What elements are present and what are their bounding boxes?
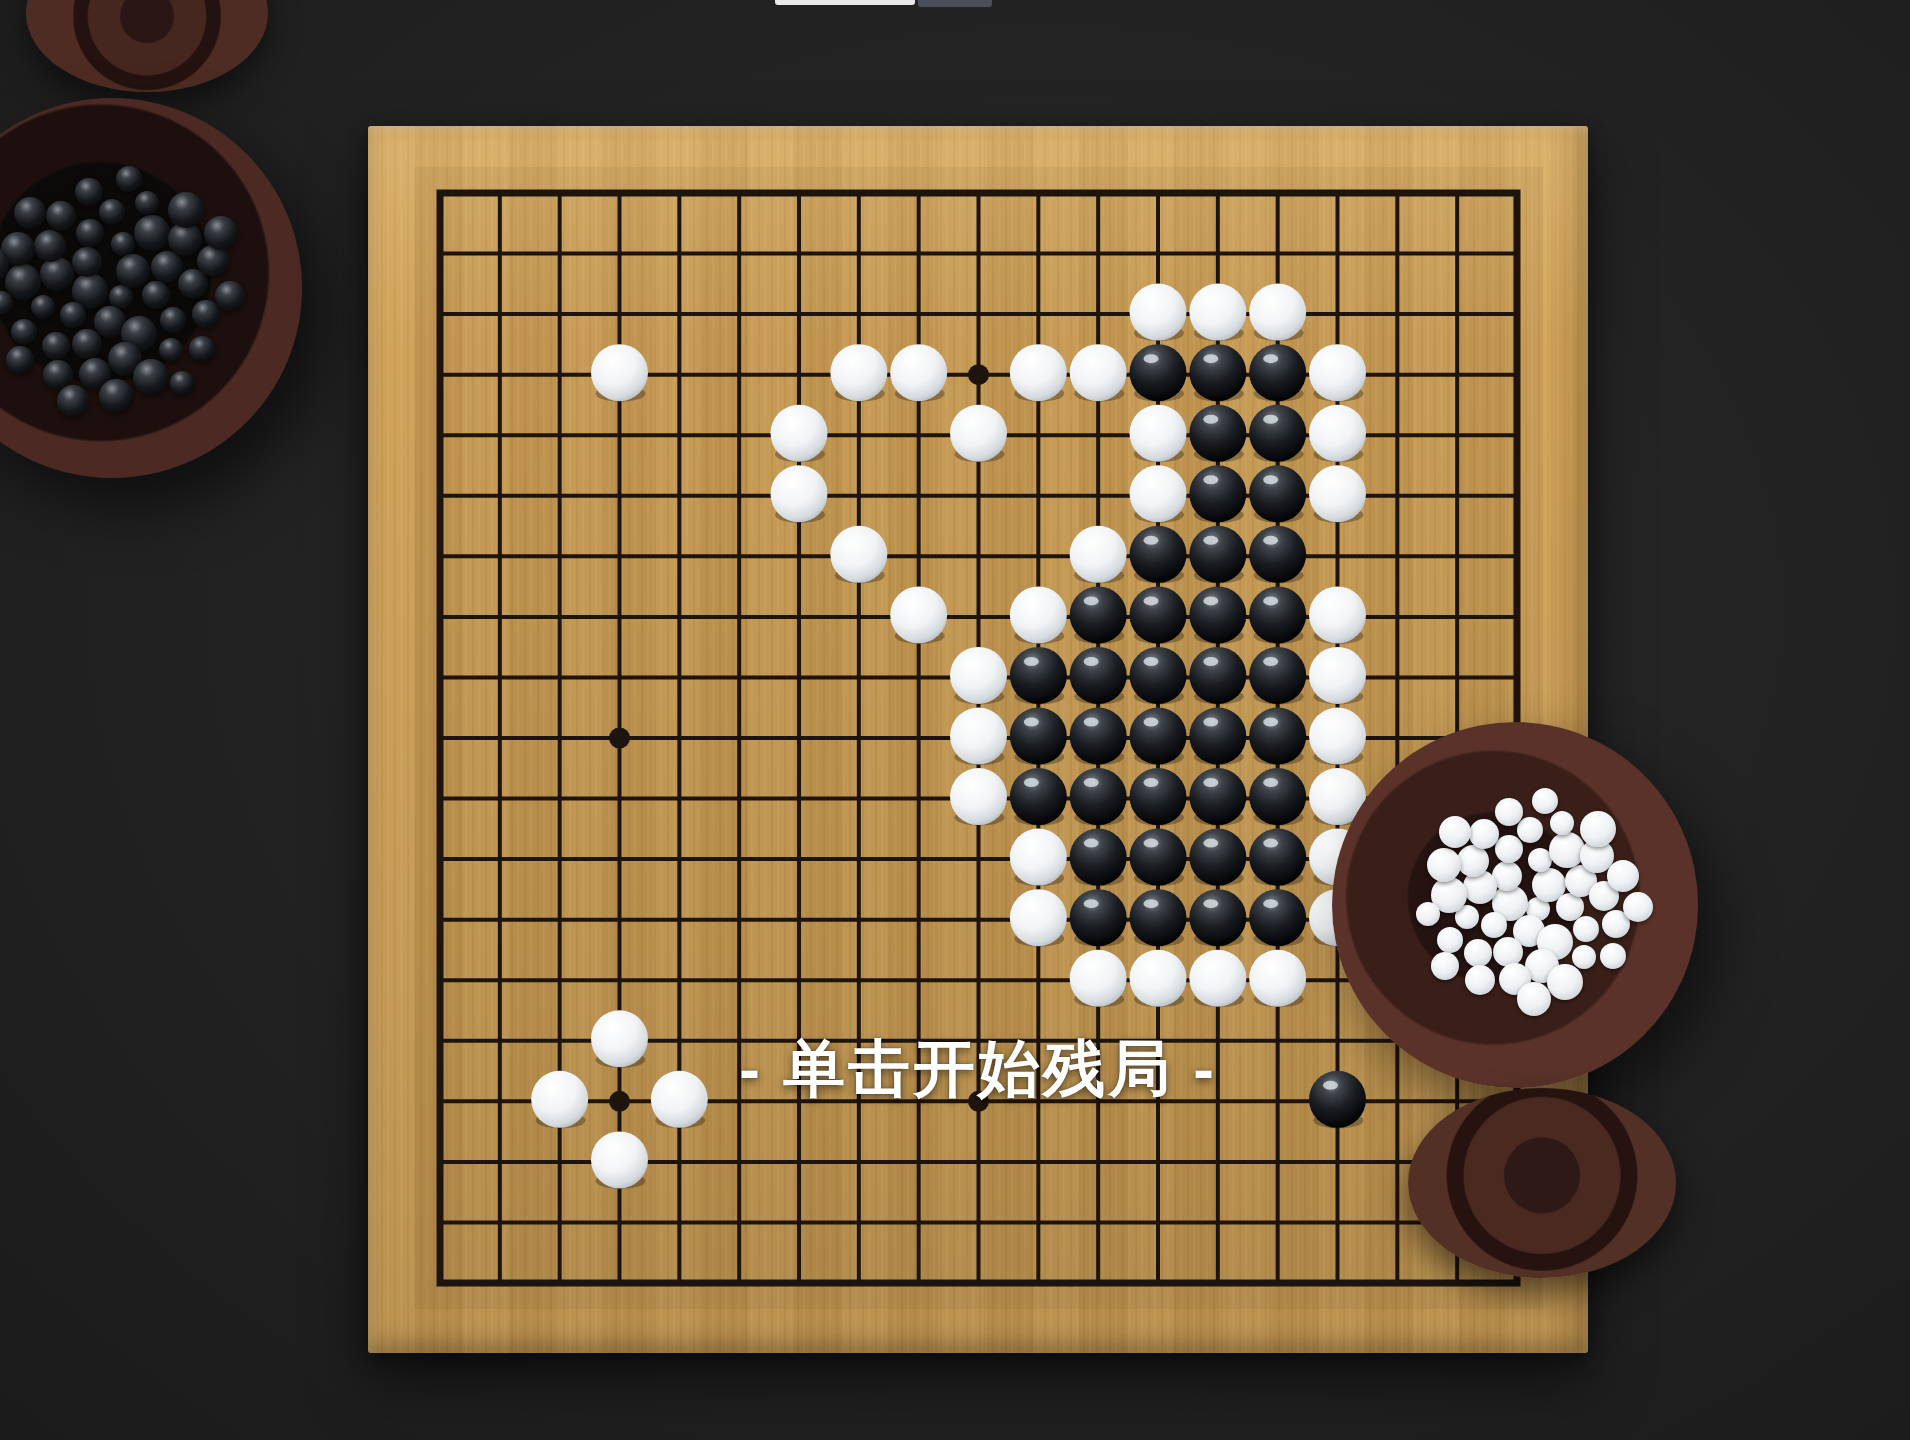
start-endgame-prompt[interactable]: - 单击开始残局 - xyxy=(368,1038,1588,1100)
stone-black xyxy=(1129,768,1186,825)
stone-black xyxy=(1249,344,1306,401)
bowl-white-stone xyxy=(1607,860,1639,892)
stone-white xyxy=(1309,465,1366,522)
bowl-black-stone xyxy=(116,254,150,288)
stone-white xyxy=(1309,708,1366,765)
bowl-white-stone xyxy=(1437,927,1463,953)
bowl-black-stone xyxy=(76,219,104,247)
bowl-black-stone xyxy=(31,295,55,319)
bowl-black-stone xyxy=(99,379,133,413)
stone-white xyxy=(950,768,1007,825)
stone-black xyxy=(1249,647,1306,704)
stone-white xyxy=(830,526,887,583)
bowl-black-stone xyxy=(75,178,103,206)
bowl-black-stone xyxy=(133,359,169,395)
stone-white xyxy=(1010,586,1067,643)
bowl-white-stone xyxy=(1549,832,1585,868)
bowl-black-stone xyxy=(159,338,183,362)
stone-white xyxy=(1189,284,1246,341)
stone-white xyxy=(950,405,1007,462)
bowl-white-stone xyxy=(1493,937,1523,967)
bowl-white-stone xyxy=(1495,798,1523,826)
bowl-white-stone xyxy=(1580,811,1616,847)
bowl-black-stone xyxy=(72,329,102,359)
bowl-black-stone xyxy=(46,201,76,231)
bowl-white-stone xyxy=(1600,943,1626,969)
bowl-white-stone xyxy=(1464,939,1492,967)
stone-black xyxy=(1129,829,1186,886)
go-table-scene: - 单击开始残局 - xyxy=(0,0,1910,1440)
stone-black xyxy=(1249,708,1306,765)
stone-white xyxy=(1010,829,1067,886)
stone-white xyxy=(1309,405,1366,462)
bowl-black-stone xyxy=(134,215,170,251)
black-bowl-lid xyxy=(26,0,268,92)
board-grid xyxy=(368,126,1588,1353)
bowl-white-stone xyxy=(1439,816,1471,848)
go-board[interactable] xyxy=(368,126,1588,1353)
stone-white xyxy=(830,344,887,401)
stone-white xyxy=(1129,284,1186,341)
stone-black xyxy=(1070,768,1127,825)
bowl-black-stone xyxy=(40,257,74,291)
stone-white xyxy=(770,465,827,522)
stone-white xyxy=(1309,344,1366,401)
stone-black xyxy=(1189,829,1246,886)
bowl-black-stone xyxy=(34,230,66,262)
stone-white xyxy=(1249,284,1306,341)
stone-white xyxy=(1249,950,1306,1007)
stone-white xyxy=(1010,889,1067,946)
bowl-black-stone xyxy=(135,191,159,215)
bowl-white-stone xyxy=(1431,952,1459,980)
stone-white xyxy=(890,586,947,643)
stone-black xyxy=(1189,465,1246,522)
stone-black xyxy=(1189,405,1246,462)
top-edge-gray-bar xyxy=(918,0,992,7)
stone-white xyxy=(1070,526,1127,583)
top-edge-white-bar xyxy=(775,0,915,5)
stone-white xyxy=(1010,344,1067,401)
bowl-white-stone xyxy=(1623,892,1653,922)
bowl-black-stone xyxy=(42,332,70,360)
stone-white xyxy=(1129,950,1186,1007)
stone-black xyxy=(1010,647,1067,704)
bowl-black-stone xyxy=(204,216,238,250)
stone-white xyxy=(890,344,947,401)
stone-white xyxy=(1129,405,1186,462)
stone-black xyxy=(1189,708,1246,765)
stone-black xyxy=(1189,889,1246,946)
bowl-black-stone xyxy=(192,300,220,328)
stone-black xyxy=(1070,889,1127,946)
stone-black xyxy=(1070,708,1127,765)
white-stones-bowl xyxy=(1332,722,1698,1088)
stone-black xyxy=(1249,465,1306,522)
bowl-black-stone xyxy=(170,371,194,395)
stone-black xyxy=(1189,586,1246,643)
bowl-white-stone xyxy=(1416,902,1440,926)
bowl-black-stone xyxy=(72,247,102,277)
stone-black xyxy=(1129,344,1186,401)
stone-white xyxy=(950,708,1007,765)
bowl-white-stone xyxy=(1572,945,1596,969)
stone-black xyxy=(1189,647,1246,704)
bowl-black-stone xyxy=(168,192,204,228)
stone-black xyxy=(1129,526,1186,583)
stone-white xyxy=(1189,950,1246,1007)
black-stones-bowl xyxy=(0,98,302,478)
bowl-black-stone xyxy=(215,281,245,311)
stone-white xyxy=(1129,465,1186,522)
bowl-white-stone xyxy=(1573,916,1599,942)
bowl-black-stone xyxy=(142,281,170,309)
stone-white xyxy=(1070,950,1127,1007)
bowl-black-stone xyxy=(11,319,37,345)
stone-black xyxy=(1249,586,1306,643)
stone-white xyxy=(1070,344,1127,401)
bowl-black-stone xyxy=(111,232,135,256)
bowl-black-stone xyxy=(99,199,125,225)
stone-black xyxy=(1189,344,1246,401)
bowl-white-stone xyxy=(1550,811,1574,835)
stone-white xyxy=(1309,647,1366,704)
stone-black xyxy=(1010,768,1067,825)
stone-black xyxy=(1249,889,1306,946)
bowl-white-stone xyxy=(1517,982,1551,1016)
stone-white xyxy=(770,405,827,462)
bowl-white-stone xyxy=(1517,817,1543,843)
stone-black xyxy=(1249,829,1306,886)
bowl-black-stone xyxy=(160,307,186,333)
bowl-white-stone xyxy=(1481,912,1507,938)
stone-black xyxy=(1010,708,1067,765)
stone-black xyxy=(1189,768,1246,825)
bowl-black-stone xyxy=(57,385,89,417)
bowl-white-stone xyxy=(1547,964,1583,1000)
bowl-white-stone xyxy=(1469,819,1499,849)
stone-white xyxy=(1309,586,1366,643)
stone-white xyxy=(950,647,1007,704)
stone-black xyxy=(1070,586,1127,643)
stone-black xyxy=(1129,647,1186,704)
stone-black xyxy=(1070,829,1127,886)
bowl-white-stone xyxy=(1495,835,1523,863)
bowl-white-stone xyxy=(1427,848,1461,882)
bowl-black-stone xyxy=(116,166,142,192)
stone-white xyxy=(591,1131,648,1188)
bowl-black-stone xyxy=(189,336,215,362)
stone-black xyxy=(1070,647,1127,704)
stone-white xyxy=(591,344,648,401)
star-point xyxy=(968,364,989,385)
bowl-black-stone xyxy=(6,346,34,374)
white-bowl-lid xyxy=(1408,1088,1676,1278)
bowl-black-stone xyxy=(14,197,46,229)
stone-black xyxy=(1249,768,1306,825)
stone-black xyxy=(1129,708,1186,765)
stone-black xyxy=(1249,526,1306,583)
stone-black xyxy=(1129,889,1186,946)
bowl-black-stone xyxy=(197,245,229,277)
bowl-white-stone xyxy=(1465,965,1495,995)
star-point xyxy=(609,728,630,749)
stone-black xyxy=(1249,405,1306,462)
bowl-black-stone xyxy=(60,302,86,328)
stone-black xyxy=(1189,526,1246,583)
bowl-white-stone xyxy=(1532,788,1558,814)
stone-black xyxy=(1129,586,1186,643)
